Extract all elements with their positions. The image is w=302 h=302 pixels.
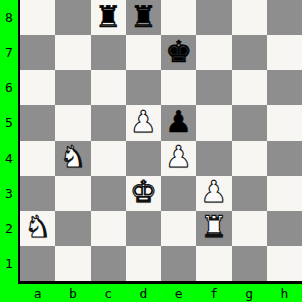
square-b8[interactable] — [55, 0, 90, 35]
square-f5[interactable] — [196, 105, 231, 140]
square-a5[interactable] — [20, 105, 55, 140]
piece-white-knight[interactable]: ♞ — [24, 212, 51, 242]
square-e3[interactable] — [161, 176, 196, 211]
square-e8[interactable] — [161, 0, 196, 35]
rank-label-8: 8 — [0, 0, 18, 35]
piece-white-knight[interactable]: ♞ — [59, 142, 86, 172]
square-e7[interactable]: ♚ — [161, 35, 196, 70]
square-c8[interactable]: ♜ — [91, 0, 126, 35]
piece-white-rook[interactable]: ♜ — [200, 212, 227, 242]
square-e4[interactable]: ♟ — [161, 141, 196, 176]
square-b7[interactable] — [55, 35, 90, 70]
file-label-b: b — [55, 284, 90, 302]
square-c7[interactable] — [91, 35, 126, 70]
square-g5[interactable] — [232, 105, 267, 140]
square-c1[interactable] — [91, 246, 126, 281]
square-e1[interactable] — [161, 246, 196, 281]
square-d4[interactable] — [126, 141, 161, 176]
square-e2[interactable] — [161, 211, 196, 246]
file-label-d: d — [126, 284, 161, 302]
square-a2[interactable]: ♞ — [20, 211, 55, 246]
square-d8[interactable]: ♜ — [126, 0, 161, 35]
square-b2[interactable] — [55, 211, 90, 246]
square-a1[interactable] — [20, 246, 55, 281]
square-h4[interactable] — [267, 141, 302, 176]
file-label-e: e — [161, 284, 196, 302]
square-c3[interactable] — [91, 176, 126, 211]
square-a8[interactable] — [20, 0, 55, 35]
square-h5[interactable] — [267, 105, 302, 140]
rank-label-3: 3 — [0, 176, 18, 211]
square-h1[interactable] — [267, 246, 302, 281]
square-d7[interactable] — [126, 35, 161, 70]
square-a4[interactable] — [20, 141, 55, 176]
piece-black-pawn[interactable]: ♟ — [165, 107, 192, 137]
square-d6[interactable] — [126, 70, 161, 105]
rank-label-4: 4 — [0, 141, 18, 176]
square-b3[interactable] — [55, 176, 90, 211]
square-d2[interactable] — [126, 211, 161, 246]
square-g6[interactable] — [232, 70, 267, 105]
square-a7[interactable] — [20, 35, 55, 70]
square-a6[interactable] — [20, 70, 55, 105]
square-f4[interactable] — [196, 141, 231, 176]
square-g1[interactable] — [232, 246, 267, 281]
square-f6[interactable] — [196, 70, 231, 105]
square-c4[interactable] — [91, 141, 126, 176]
square-d5[interactable]: ♟ — [126, 105, 161, 140]
square-g2[interactable] — [232, 211, 267, 246]
square-f1[interactable] — [196, 246, 231, 281]
piece-white-pawn[interactable]: ♟ — [130, 107, 157, 137]
rank-label-1: 1 — [0, 246, 18, 281]
piece-black-king[interactable]: ♚ — [165, 37, 192, 67]
chessboard-window: 87654321 ♜♜♚♟♟♞♟♚♟♞♜ abcdefgh — [0, 0, 302, 302]
square-a3[interactable] — [20, 176, 55, 211]
square-d3[interactable]: ♚ — [126, 176, 161, 211]
square-g7[interactable] — [232, 35, 267, 70]
square-h3[interactable] — [267, 176, 302, 211]
file-label-c: c — [91, 284, 126, 302]
square-c5[interactable] — [91, 105, 126, 140]
piece-black-rook[interactable]: ♜ — [130, 2, 157, 32]
square-c2[interactable] — [91, 211, 126, 246]
square-e6[interactable] — [161, 70, 196, 105]
square-f7[interactable] — [196, 35, 231, 70]
square-f8[interactable] — [196, 0, 231, 35]
square-d1[interactable] — [126, 246, 161, 281]
square-g8[interactable] — [232, 0, 267, 35]
file-labels: abcdefgh — [20, 284, 302, 302]
rank-label-7: 7 — [0, 35, 18, 70]
square-f2[interactable]: ♜ — [196, 211, 231, 246]
chess-board[interactable]: ♜♜♚♟♟♞♟♚♟♞♜ — [18, 0, 302, 284]
rank-label-6: 6 — [0, 70, 18, 105]
square-b4[interactable]: ♞ — [55, 141, 90, 176]
square-b5[interactable] — [55, 105, 90, 140]
file-label-h: h — [267, 284, 302, 302]
file-label-g: g — [232, 284, 267, 302]
square-g4[interactable] — [232, 141, 267, 176]
square-h6[interactable] — [267, 70, 302, 105]
square-f3[interactable]: ♟ — [196, 176, 231, 211]
piece-white-pawn[interactable]: ♟ — [165, 142, 192, 172]
square-e5[interactable]: ♟ — [161, 105, 196, 140]
file-label-a: a — [20, 284, 55, 302]
rank-labels: 87654321 — [0, 0, 18, 281]
square-h2[interactable] — [267, 211, 302, 246]
rank-label-2: 2 — [0, 211, 18, 246]
square-b6[interactable] — [55, 70, 90, 105]
rank-label-5: 5 — [0, 105, 18, 140]
piece-black-rook[interactable]: ♜ — [95, 2, 122, 32]
square-b1[interactable] — [55, 246, 90, 281]
square-g3[interactable] — [232, 176, 267, 211]
piece-white-king[interactable]: ♚ — [130, 177, 157, 207]
square-h8[interactable] — [267, 0, 302, 35]
square-h7[interactable] — [267, 35, 302, 70]
file-label-f: f — [196, 284, 231, 302]
square-c6[interactable] — [91, 70, 126, 105]
piece-white-pawn[interactable]: ♟ — [200, 177, 227, 207]
